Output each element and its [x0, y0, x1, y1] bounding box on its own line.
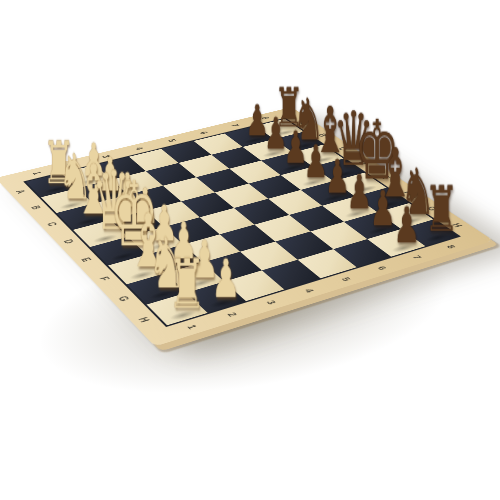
piece-black-pawn-h7[interactable]: ♟: [390, 201, 423, 250]
page-background: { "game": "chess", "position": { "fen": …: [0, 0, 500, 500]
coord-label-b-left: B: [13, 198, 59, 216]
piece-black-rook-h8[interactable]: ♜: [424, 178, 457, 240]
piece-white-pawn-h2[interactable]: ♟: [208, 253, 244, 306]
coord-label-a-left: A: [0, 183, 43, 201]
piece-white-rook-h1[interactable]: ♜: [168, 249, 204, 318]
